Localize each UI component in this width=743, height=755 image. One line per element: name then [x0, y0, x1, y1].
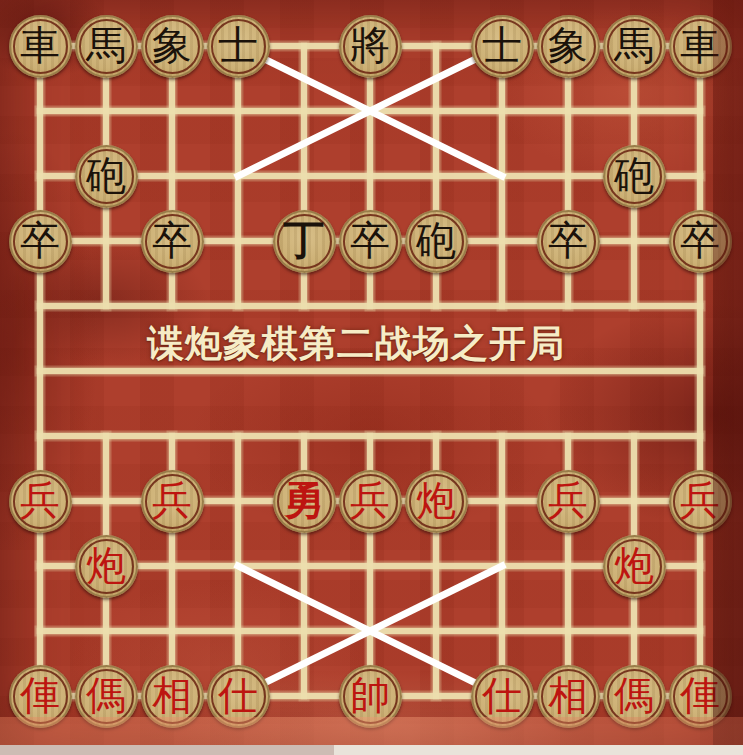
piece-black-士-f4r1[interactable]: 士: [207, 15, 270, 78]
piece-character: 炮: [416, 480, 456, 520]
piece-black-卒-f3r4[interactable]: 卒: [141, 210, 204, 273]
piece-character: 卒: [152, 220, 192, 260]
piece-character: 傌: [86, 675, 126, 715]
piece-character: 士: [218, 25, 258, 65]
piece-character: 馬: [86, 25, 126, 65]
piece-character: 勇: [284, 480, 325, 521]
bottom-edge-strip: [0, 745, 743, 755]
piece-character: 炮: [614, 545, 654, 585]
piece-black-象-f9r1[interactable]: 象: [537, 15, 600, 78]
piece-black-馬-f2r1[interactable]: 馬: [75, 15, 138, 78]
piece-character: 兵: [152, 480, 192, 520]
piece-character: 丁: [284, 220, 325, 261]
piece-red-炮-f7r8[interactable]: 炮: [405, 470, 468, 533]
piece-black-砲-f10r3[interactable]: 砲: [603, 145, 666, 208]
piece-character: 兵: [20, 480, 60, 520]
piece-character: 卒: [350, 220, 390, 260]
piece-red-兵-f6r8[interactable]: 兵: [339, 470, 402, 533]
piece-character: 卒: [548, 220, 588, 260]
piece-character: 兵: [548, 480, 588, 520]
piece-black-卒-f1r4[interactable]: 卒: [9, 210, 72, 273]
piece-black-砲-f7r4[interactable]: 砲: [405, 210, 468, 273]
piece-black-士-f8r1[interactable]: 士: [471, 15, 534, 78]
piece-red-炮-f2r9[interactable]: 炮: [75, 535, 138, 598]
piece-character: 仕: [218, 675, 258, 715]
piece-character: 帥: [350, 675, 390, 715]
piece-black-車-f11r1[interactable]: 車: [669, 15, 732, 78]
piece-red-炮-f10r9[interactable]: 炮: [603, 535, 666, 598]
piece-character: 卒: [20, 220, 60, 260]
piece-character: 車: [20, 25, 60, 65]
piece-character: 象: [152, 25, 192, 65]
piece-character: 砲: [86, 155, 126, 195]
piece-black-丁-f5r4[interactable]: 丁: [273, 210, 336, 273]
piece-character: 炮: [86, 545, 126, 585]
piece-red-勇-f5r8[interactable]: 勇: [273, 470, 336, 533]
piece-character: 車: [680, 25, 720, 65]
piece-character: 將: [350, 25, 390, 65]
piece-black-車-f1r1[interactable]: 車: [9, 15, 72, 78]
piece-red-兵-f9r8[interactable]: 兵: [537, 470, 600, 533]
board-grid-lines: [0, 0, 743, 755]
piece-black-卒-f11r4[interactable]: 卒: [669, 210, 732, 273]
piece-character: 相: [152, 675, 192, 715]
piece-character: 士: [482, 25, 522, 65]
piece-red-兵-f1r8[interactable]: 兵: [9, 470, 72, 533]
piece-character: 俥: [680, 675, 720, 715]
piece-black-象-f3r1[interactable]: 象: [141, 15, 204, 78]
bottom-salmon-band: [0, 717, 743, 745]
piece-character: 俥: [20, 675, 60, 715]
river-title-text: 谍炮象棋第二战场之开局: [147, 319, 565, 369]
piece-character: 砲: [416, 220, 456, 260]
piece-character: 傌: [614, 675, 654, 715]
piece-character: 兵: [680, 480, 720, 520]
piece-black-將-f6r1[interactable]: 將: [339, 15, 402, 78]
piece-red-兵-f3r8[interactable]: 兵: [141, 470, 204, 533]
piece-black-砲-f2r3[interactable]: 砲: [75, 145, 138, 208]
piece-character: 象: [548, 25, 588, 65]
piece-character: 馬: [614, 25, 654, 65]
piece-character: 卒: [680, 220, 720, 260]
piece-black-馬-f10r1[interactable]: 馬: [603, 15, 666, 78]
piece-red-兵-f11r8[interactable]: 兵: [669, 470, 732, 533]
piece-character: 砲: [614, 155, 654, 195]
piece-character: 兵: [350, 480, 390, 520]
piece-black-卒-f9r4[interactable]: 卒: [537, 210, 600, 273]
piece-character: 相: [548, 675, 588, 715]
xiangqi-board-photo: 谍炮象棋第二战场之开局 車馬象士將士象馬車砲砲卒卒丁卒砲卒卒兵兵勇兵炮兵兵炮炮俥…: [0, 0, 743, 755]
piece-black-卒-f6r4[interactable]: 卒: [339, 210, 402, 273]
piece-character: 仕: [482, 675, 522, 715]
